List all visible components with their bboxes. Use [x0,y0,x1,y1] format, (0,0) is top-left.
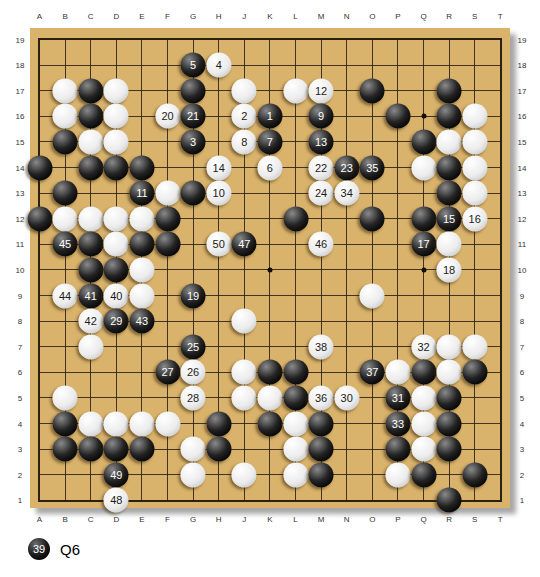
stone-P6 [385,360,410,385]
stone-G17 [181,78,206,103]
row-label-left-17: 17 [16,86,25,95]
stone-B3 [53,437,78,462]
row-label-left-9: 9 [18,291,22,300]
stone-L2 [283,462,308,487]
stone-M2 [309,462,334,487]
stone-M5-move-36: 36 [309,385,334,410]
row-label-right-5: 5 [520,393,524,402]
stone-K4 [257,411,282,436]
stone-K16-move-1: 1 [257,104,282,129]
col-label-bottom-D: D [113,515,119,524]
stone-R1 [437,488,462,513]
stone-G5-move-28: 28 [181,385,206,410]
stone-E12 [129,206,154,231]
col-label-top-R: R [446,12,452,21]
star-point-K10 [267,267,272,272]
col-label-top-Q: Q [420,12,426,21]
stone-J8 [232,309,257,334]
col-label-bottom-L: L [293,515,297,524]
stone-P2 [385,462,410,487]
stone-F6-move-27: 27 [155,360,180,385]
stone-D15 [104,129,129,154]
stone-N14-move-23: 23 [334,155,359,180]
stone-P4-move-33: 33 [385,411,410,436]
kifu-page: 5412202121938713146222335111024341516455… [0,0,540,577]
stone-M4 [309,411,334,436]
stone-M13-move-24: 24 [309,181,334,206]
stone-D1-move-48: 48 [104,488,129,513]
stone-N13-move-34: 34 [334,181,359,206]
col-label-bottom-A: A [37,515,42,524]
stone-D14 [104,155,129,180]
col-label-bottom-B: B [62,515,67,524]
row-label-right-3: 3 [520,445,524,454]
col-label-bottom-E: E [139,515,144,524]
col-label-top-N: N [344,12,350,21]
stone-J16-move-2: 2 [232,104,257,129]
row-label-right-2: 2 [520,470,524,479]
stone-K6 [257,360,282,385]
row-label-right-10: 10 [518,265,527,274]
stone-G18-move-5: 5 [181,53,206,78]
stone-C3 [78,437,103,462]
stone-P16 [385,104,410,129]
stone-B12 [53,206,78,231]
stone-E4 [129,411,154,436]
stone-K5 [257,385,282,410]
stone-D17 [104,78,129,103]
row-label-left-13: 13 [16,189,25,198]
row-label-right-6: 6 [520,368,524,377]
row-label-right-1: 1 [520,496,524,505]
stone-D10 [104,257,129,282]
stone-D12 [104,206,129,231]
stone-G9-move-19: 19 [181,283,206,308]
row-label-right-13: 13 [518,189,527,198]
stone-R16 [437,104,462,129]
stone-Q2 [411,462,436,487]
stone-S2 [462,462,487,487]
row-label-left-3: 3 [18,445,22,454]
stone-O6-move-37: 37 [360,360,385,385]
col-label-bottom-M: M [318,515,325,524]
row-label-left-5: 5 [18,393,22,402]
col-label-top-T: T [498,12,503,21]
stone-G16-move-21: 21 [181,104,206,129]
row-label-right-17: 17 [518,86,527,95]
stone-B4 [53,411,78,436]
row-label-right-18: 18 [518,61,527,70]
stone-O14-move-35: 35 [360,155,385,180]
stone-L3 [283,437,308,462]
col-label-bottom-N: N [344,515,350,524]
stone-M17-move-12: 12 [309,78,334,103]
stone-Q12 [411,206,436,231]
stone-B9-move-44: 44 [53,283,78,308]
col-label-top-S: S [472,12,477,21]
col-label-bottom-R: R [446,515,452,524]
row-label-left-18: 18 [16,61,25,70]
star-point-Q16 [421,114,426,119]
col-label-top-B: B [62,12,67,21]
stone-R17 [437,78,462,103]
row-label-right-11: 11 [518,240,526,249]
row-label-left-16: 16 [16,112,25,121]
stone-F11 [155,232,180,257]
stone-B5 [53,385,78,410]
stone-F16-move-20: 20 [155,104,180,129]
col-label-top-D: D [113,12,119,21]
stone-Q3 [411,437,436,462]
caption-move-stone: 39 [28,538,50,560]
stone-Q11-move-17: 17 [411,232,436,257]
stone-B16 [53,104,78,129]
row-label-right-7: 7 [520,342,524,351]
row-label-left-1: 1 [18,496,22,505]
stone-G2 [181,462,206,487]
col-label-bottom-G: G [190,515,196,524]
star-point-Q10 [421,267,426,272]
stone-F4 [155,411,180,436]
row-label-right-16: 16 [518,112,527,121]
col-label-top-O: O [369,12,375,21]
stone-C17 [78,78,103,103]
stone-R7 [437,334,462,359]
col-label-bottom-O: O [369,515,375,524]
stone-M3 [309,437,334,462]
stone-B11-move-45: 45 [53,232,78,257]
row-label-left-2: 2 [18,470,22,479]
stone-J15-move-8: 8 [232,129,257,154]
stone-B17 [53,78,78,103]
stone-P5-move-31: 31 [385,385,410,410]
col-label-bottom-C: C [88,515,94,524]
row-label-right-8: 8 [520,317,524,326]
stone-H18-move-4: 4 [206,53,231,78]
stone-E13-move-11: 11 [129,181,154,206]
stone-S16 [462,104,487,129]
stone-N5-move-30: 30 [334,385,359,410]
stone-C8-move-42: 42 [78,309,103,334]
stone-E8-move-43: 43 [129,309,154,334]
stone-J2 [232,462,257,487]
col-label-bottom-K: K [267,515,272,524]
col-label-bottom-P: P [395,515,400,524]
row-label-right-4: 4 [520,419,524,428]
stone-M15-move-13: 13 [309,129,334,154]
row-label-left-6: 6 [18,368,22,377]
stone-J6 [232,360,257,385]
stone-K14-move-6: 6 [257,155,282,180]
row-label-left-15: 15 [16,137,25,146]
col-label-bottom-Q: Q [420,515,426,524]
stone-J11-move-47: 47 [232,232,257,257]
stone-R10-move-18: 18 [437,257,462,282]
stone-Q5 [411,385,436,410]
caption-location: Q6 [60,541,80,558]
stone-C10 [78,257,103,282]
stone-R13 [437,181,462,206]
stone-S14 [462,155,487,180]
row-label-left-4: 4 [18,419,22,428]
stone-Q4 [411,411,436,436]
col-label-top-G: G [190,12,196,21]
stone-G13 [181,181,206,206]
stone-R3 [437,437,462,462]
row-label-right-12: 12 [518,214,527,223]
row-label-left-19: 19 [16,35,25,44]
stone-E14 [129,155,154,180]
stone-J17 [232,78,257,103]
col-label-bottom-T: T [498,515,503,524]
row-label-right-15: 15 [518,137,527,146]
stone-J5 [232,385,257,410]
stone-B15 [53,129,78,154]
stone-R4 [437,411,462,436]
stone-E10 [129,257,154,282]
stone-S15 [462,129,487,154]
row-label-left-7: 7 [18,342,22,351]
col-label-top-M: M [318,12,325,21]
stone-Q14 [411,155,436,180]
stone-S12-move-16: 16 [462,206,487,231]
stone-R15 [437,129,462,154]
stone-E3 [129,437,154,462]
row-label-right-14: 14 [518,163,527,172]
col-label-bottom-F: F [165,515,170,524]
col-label-top-L: L [293,12,297,21]
stone-D2-move-49: 49 [104,462,129,487]
stone-C16 [78,104,103,129]
stone-C14 [78,155,103,180]
col-label-top-P: P [395,12,400,21]
col-label-bottom-H: H [216,515,222,524]
stone-H11-move-50: 50 [206,232,231,257]
stone-D3 [104,437,129,462]
stone-D16 [104,104,129,129]
col-label-bottom-J: J [242,515,246,524]
stone-G6-move-26: 26 [181,360,206,385]
stone-A12 [27,206,52,231]
row-label-right-9: 9 [520,291,524,300]
stone-G7-move-25: 25 [181,334,206,359]
stone-M14-move-22: 22 [309,155,334,180]
stone-S7 [462,334,487,359]
col-label-top-E: E [139,12,144,21]
stone-E9 [129,283,154,308]
stone-H4 [206,411,231,436]
stone-D4 [104,411,129,436]
stone-K15-move-7: 7 [257,129,282,154]
stone-Q6 [411,360,436,385]
row-label-left-12: 12 [16,214,25,223]
stone-O9 [360,283,385,308]
stone-D11 [104,232,129,257]
stone-H3 [206,437,231,462]
row-label-left-11: 11 [16,240,24,249]
move-caption: 39 Q6 [28,538,80,560]
stone-G3 [181,437,206,462]
row-label-left-10: 10 [16,265,25,274]
stone-R5 [437,385,462,410]
stone-M11-move-46: 46 [309,232,334,257]
stone-A14 [27,155,52,180]
stone-C4 [78,411,103,436]
stone-L6 [283,360,308,385]
stone-L4 [283,411,308,436]
col-label-bottom-S: S [472,515,477,524]
stone-H13-move-10: 10 [206,181,231,206]
stone-L17 [283,78,308,103]
stone-C9-move-41: 41 [78,283,103,308]
col-label-top-K: K [267,12,272,21]
stone-P3 [385,437,410,462]
row-label-left-8: 8 [18,317,22,326]
stone-F13 [155,181,180,206]
stone-B13 [53,181,78,206]
go-board[interactable]: 5412202121938713146222335111024341516455… [30,28,510,508]
stone-E11 [129,232,154,257]
col-label-top-J: J [242,12,246,21]
stone-G15-move-3: 3 [181,129,206,154]
stone-M16-move-9: 9 [309,104,334,129]
stone-R14 [437,155,462,180]
col-label-top-F: F [165,12,170,21]
stone-O12 [360,206,385,231]
stone-Q15 [411,129,436,154]
col-label-top-C: C [88,12,94,21]
stone-F12 [155,206,180,231]
row-label-left-14: 14 [16,163,25,172]
stone-D8-move-29: 29 [104,309,129,334]
stone-C7 [78,334,103,359]
stone-M7-move-38: 38 [309,334,334,359]
stone-S13 [462,181,487,206]
stone-C15 [78,129,103,154]
stone-D9-move-40: 40 [104,283,129,308]
stone-O17 [360,78,385,103]
stone-C12 [78,206,103,231]
stone-C11 [78,232,103,257]
stone-L5 [283,385,308,410]
stone-Q7-move-32: 32 [411,334,436,359]
stone-L12 [283,206,308,231]
row-label-right-19: 19 [518,35,527,44]
col-label-top-A: A [37,12,42,21]
stone-R12-move-15: 15 [437,206,462,231]
col-label-top-H: H [216,12,222,21]
stone-R6 [437,360,462,385]
stone-R11 [437,232,462,257]
stone-H14-move-14: 14 [206,155,231,180]
stone-S6 [462,360,487,385]
